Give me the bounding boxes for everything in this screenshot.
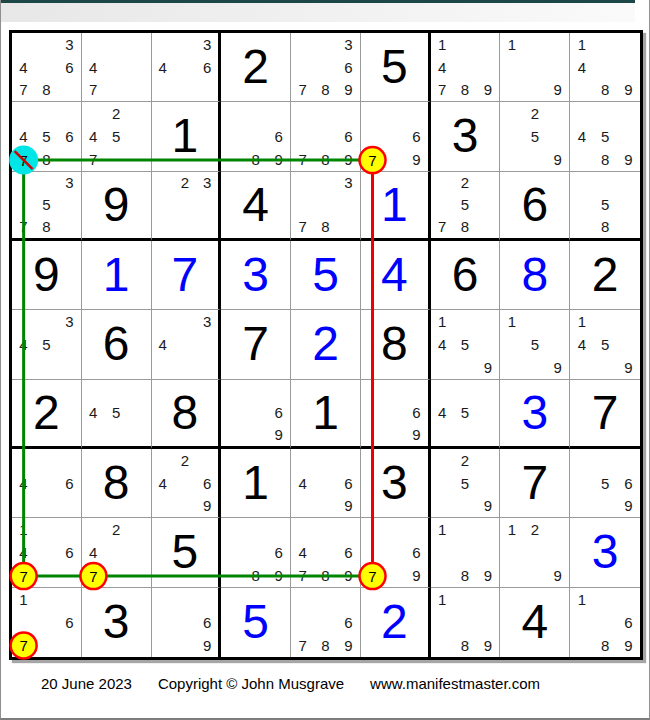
- pencil-marks: 189: [431, 588, 500, 657]
- candidate-6: 6: [58, 125, 81, 148]
- cell-r3c8[interactable]: 6: [500, 172, 570, 241]
- candidate-2: [593, 588, 616, 611]
- candidate-1: [12, 33, 35, 56]
- cell-r7c9[interactable]: 569: [570, 449, 640, 518]
- candidate-6: [617, 56, 640, 79]
- candidate-3: 3: [58, 33, 81, 56]
- candidate-2: [314, 518, 337, 541]
- solved-value: 2: [312, 320, 339, 368]
- candidate-6: [58, 333, 81, 356]
- cell-r2c4[interactable]: 689: [221, 102, 291, 171]
- candidate-2: [593, 172, 616, 194]
- candidate-7: [500, 79, 523, 102]
- cell-r5c6[interactable]: 8: [361, 310, 431, 379]
- candidate-4: 4: [82, 125, 105, 148]
- candidate-7: 7: [291, 564, 314, 587]
- candidate-4: 4: [291, 472, 314, 495]
- candidate-1: 1: [431, 33, 454, 56]
- cell-r4c4[interactable]: 3: [221, 241, 291, 310]
- candidate-4: 4: [570, 333, 593, 356]
- cell-r5c8[interactable]: 159: [500, 310, 570, 379]
- candidate-6: 6: [337, 56, 360, 79]
- candidate-7: [431, 424, 454, 446]
- cell-r1c4[interactable]: 2: [221, 33, 291, 102]
- candidate-1: 1: [500, 310, 523, 333]
- candidate-8: [523, 79, 546, 102]
- candidate-9: [58, 564, 81, 587]
- candidate-3: [617, 102, 640, 125]
- candidate-7: [570, 79, 593, 102]
- candidate-8: [383, 424, 405, 446]
- solved-value: 2: [381, 598, 408, 646]
- candidate-5: [174, 56, 196, 79]
- candidate-5: [314, 541, 337, 564]
- candidate-5: [174, 472, 196, 495]
- candidate-3: [546, 102, 569, 125]
- candidate-8: [454, 495, 477, 518]
- cell-r9c3[interactable]: 69: [152, 588, 222, 657]
- cell-r6c6[interactable]: 69: [361, 380, 431, 449]
- candidate-4: [361, 541, 383, 564]
- candidate-3: [546, 310, 569, 333]
- pencil-marks: 6789: [291, 102, 360, 170]
- candidate-2: 2: [523, 518, 546, 541]
- cell-r4c8[interactable]: 8: [500, 241, 570, 310]
- candidate-5: [314, 125, 337, 148]
- candidate-8: [383, 564, 405, 587]
- pencil-marks: 69: [221, 380, 290, 446]
- candidate-6: [477, 472, 500, 495]
- candidate-3: [546, 518, 569, 541]
- candidate-2: [454, 310, 477, 333]
- cell-r5c4[interactable]: 7: [221, 310, 291, 379]
- sudoku-board: 3467847346236789514789191489456782457168…: [9, 30, 643, 660]
- given-value: 2: [33, 389, 60, 437]
- candidate-2: [314, 33, 337, 56]
- cell-r8c5[interactable]: 46789: [291, 518, 361, 587]
- candidate-5: [383, 125, 405, 148]
- cell-r3c3[interactable]: 23: [152, 172, 222, 241]
- candidate-7: [152, 495, 174, 518]
- candidate-9: [196, 79, 218, 102]
- cell-r2c7[interactable]: 3: [431, 102, 501, 171]
- cell-r4c7[interactable]: 6: [431, 241, 501, 310]
- candidate-1: [291, 449, 314, 472]
- cell-r5c2[interactable]: 6: [82, 310, 152, 379]
- candidate-5: 5: [35, 333, 58, 356]
- candidate-9: 9: [196, 495, 218, 518]
- cell-r9c2[interactable]: 3: [82, 588, 152, 657]
- caption: 20 June 2023Copyright © John Musgravewww…: [41, 675, 566, 692]
- cell-r3c9[interactable]: 58: [570, 172, 640, 241]
- cell-r7c2[interactable]: 8: [82, 449, 152, 518]
- candidate-3: [128, 102, 151, 125]
- candidate-3: [196, 588, 218, 611]
- cell-r2c1[interactable]: 45678: [12, 102, 82, 171]
- cell-r3c5[interactable]: 378: [291, 172, 361, 241]
- cell-r7c4[interactable]: 1: [221, 449, 291, 518]
- cell-r8c4[interactable]: 689: [221, 518, 291, 587]
- candidate-2: [523, 310, 546, 333]
- cell-r9c9[interactable]: 1689: [570, 588, 640, 657]
- candidate-1: [82, 518, 105, 541]
- candidate-6: 6: [58, 611, 81, 634]
- candidate-5: [105, 56, 128, 79]
- candidate-1: 1: [12, 588, 35, 611]
- candidate-4: [221, 541, 244, 564]
- cell-r6c3[interactable]: 8: [152, 380, 222, 449]
- cell-r5c3[interactable]: 34: [152, 310, 222, 379]
- cell-r5c9[interactable]: 1459: [570, 310, 640, 379]
- pencil-marks: 167: [12, 588, 81, 657]
- cell-r4c2[interactable]: 1: [82, 241, 152, 310]
- candidate-1: [570, 172, 593, 194]
- candidate-9: 9: [546, 148, 569, 171]
- given-value: 1: [172, 112, 199, 160]
- candidate-5: 5: [454, 472, 477, 495]
- cell-r7c8[interactable]: 7: [500, 449, 570, 518]
- candidate-6: [128, 56, 151, 79]
- candidate-6: 6: [405, 541, 427, 564]
- candidate-7: [431, 564, 454, 587]
- candidate-3: [58, 518, 81, 541]
- candidate-5: [593, 611, 616, 634]
- candidate-2: 2: [105, 518, 128, 541]
- caption-date: 20 June 2023: [41, 675, 132, 692]
- candidate-7: 7: [82, 564, 105, 587]
- candidate-4: [291, 125, 314, 148]
- cell-r6c9[interactable]: 7: [570, 380, 640, 449]
- cell-r8c2[interactable]: 247: [82, 518, 152, 587]
- candidate-9: 9: [196, 634, 218, 657]
- candidate-2: [593, 33, 616, 56]
- candidate-8: [174, 495, 196, 518]
- candidate-1: [431, 449, 454, 472]
- candidate-7: [152, 356, 174, 379]
- cell-r7c3[interactable]: 2469: [152, 449, 222, 518]
- cell-r6c1[interactable]: 2: [12, 380, 82, 449]
- candidate-9: 9: [267, 148, 290, 171]
- candidate-8: 8: [454, 634, 477, 657]
- candidate-8: 8: [314, 634, 337, 657]
- pencil-marks: 19: [500, 33, 569, 101]
- candidate-4: 4: [12, 472, 35, 495]
- candidate-2: [523, 33, 546, 56]
- cell-r3c2[interactable]: 9: [82, 172, 152, 241]
- cell-r9c5[interactable]: 6789: [291, 588, 361, 657]
- candidate-2: 2: [174, 172, 196, 194]
- candidate-3: [617, 33, 640, 56]
- given-value: 6: [103, 320, 130, 368]
- candidate-1: [500, 102, 523, 125]
- cell-r4c1[interactable]: 9: [12, 241, 82, 310]
- cell-r4c6[interactable]: 4: [361, 241, 431, 310]
- candidate-8: [35, 495, 58, 518]
- candidate-1: 1: [431, 310, 454, 333]
- pencil-marks: 36789: [291, 33, 360, 101]
- caption-website: www.manifestmaster.com: [370, 675, 540, 692]
- cell-r3c7[interactable]: 2578: [431, 172, 501, 241]
- pencil-marks: 34: [152, 310, 219, 378]
- cell-r1c3[interactable]: 346: [152, 33, 222, 102]
- candidate-8: [593, 356, 616, 379]
- candidate-7: 7: [291, 216, 314, 238]
- cell-r9c1[interactable]: 167: [12, 588, 82, 657]
- cell-r9c8[interactable]: 4: [500, 588, 570, 657]
- cell-r6c8[interactable]: 3: [500, 380, 570, 449]
- candidate-8: [105, 424, 128, 446]
- pencil-marks: 1459: [431, 310, 500, 378]
- candidate-2: [244, 102, 267, 125]
- pencil-marks: 23: [152, 172, 219, 238]
- candidate-3: [405, 102, 427, 125]
- given-value: 8: [103, 459, 130, 507]
- candidate-4: [12, 194, 35, 216]
- cell-r4c3[interactable]: 7: [152, 241, 222, 310]
- candidate-6: [546, 125, 569, 148]
- candidate-3: [128, 518, 151, 541]
- cell-r3c1[interactable]: 3578: [12, 172, 82, 241]
- candidate-4: 4: [12, 541, 35, 564]
- candidate-8: [174, 356, 196, 379]
- candidate-3: [546, 33, 569, 56]
- candidate-6: [337, 194, 360, 216]
- given-value: 5: [381, 43, 408, 91]
- candidate-1: [82, 380, 105, 402]
- pencil-marks: 159: [500, 310, 569, 378]
- cell-r6c2[interactable]: 45: [82, 380, 152, 449]
- pencil-marks: 189: [431, 518, 500, 586]
- cell-r2c3[interactable]: 1: [152, 102, 222, 171]
- candidate-4: [221, 402, 244, 424]
- candidate-1: [291, 518, 314, 541]
- cell-r1c2[interactable]: 47: [82, 33, 152, 102]
- candidate-4: [570, 611, 593, 634]
- cell-r2c5[interactable]: 6789: [291, 102, 361, 171]
- cell-r7c5[interactable]: 469: [291, 449, 361, 518]
- pencil-marks: 378: [291, 172, 360, 238]
- candidate-5: [523, 56, 546, 79]
- candidate-1: [12, 310, 35, 333]
- given-value: 3: [381, 459, 408, 507]
- candidate-4: 4: [431, 56, 454, 79]
- cell-r4c9[interactable]: 2: [570, 241, 640, 310]
- candidate-7: 7: [361, 148, 383, 171]
- given-value: 4: [521, 598, 548, 646]
- cell-r7c1[interactable]: 46: [12, 449, 82, 518]
- cell-r8c9[interactable]: 3: [570, 518, 640, 587]
- candidate-8: 8: [314, 79, 337, 102]
- cell-r9c6[interactable]: 2: [361, 588, 431, 657]
- candidate-8: [593, 495, 616, 518]
- candidate-9: 9: [477, 356, 500, 379]
- candidate-1: 1: [431, 588, 454, 611]
- candidate-3: [477, 310, 500, 333]
- candidate-6: [617, 194, 640, 216]
- candidate-2: [383, 102, 405, 125]
- candidate-3: [617, 310, 640, 333]
- candidate-7: [152, 79, 174, 102]
- pencil-marks: 46789: [291, 518, 360, 586]
- cell-r2c2[interactable]: 2457: [82, 102, 152, 171]
- candidate-6: [477, 611, 500, 634]
- candidate-9: 9: [546, 356, 569, 379]
- cell-r2c9[interactable]: 4589: [570, 102, 640, 171]
- candidate-5: [314, 611, 337, 634]
- candidate-9: [58, 148, 81, 171]
- candidate-6: 6: [196, 472, 218, 495]
- candidate-2: [174, 33, 196, 56]
- candidate-2: 2: [174, 449, 196, 472]
- candidate-6: 6: [617, 611, 640, 634]
- candidate-1: 1: [570, 310, 593, 333]
- candidate-6: 6: [337, 541, 360, 564]
- candidate-9: 9: [267, 564, 290, 587]
- candidate-6: [617, 333, 640, 356]
- cell-r8c8[interactable]: 129: [500, 518, 570, 587]
- candidate-3: [477, 33, 500, 56]
- candidate-1: [361, 102, 383, 125]
- cell-r5c5[interactable]: 2: [291, 310, 361, 379]
- candidate-5: [174, 194, 196, 216]
- candidate-6: 6: [267, 402, 290, 424]
- candidate-2: [593, 102, 616, 125]
- candidate-2: 2: [105, 102, 128, 125]
- candidate-8: [174, 216, 196, 238]
- candidate-6: [128, 541, 151, 564]
- candidate-7: 7: [291, 79, 314, 102]
- candidate-7: 7: [361, 564, 383, 587]
- candidate-4: [361, 402, 383, 424]
- cell-r7c6[interactable]: 3: [361, 449, 431, 518]
- candidate-8: [454, 424, 477, 446]
- candidate-1: [12, 172, 35, 194]
- cell-r1c9[interactable]: 1489: [570, 33, 640, 102]
- candidate-7: [12, 356, 35, 379]
- cell-r5c7[interactable]: 1459: [431, 310, 501, 379]
- candidate-4: [500, 333, 523, 356]
- candidate-1: 1: [500, 518, 523, 541]
- candidate-7: [361, 424, 383, 446]
- cell-r1c7[interactable]: 14789: [431, 33, 501, 102]
- candidate-4: 4: [570, 56, 593, 79]
- candidate-9: [58, 634, 81, 657]
- candidate-7: 7: [12, 216, 35, 238]
- candidate-7: 7: [12, 564, 35, 587]
- candidate-9: [477, 424, 500, 446]
- cell-r6c4[interactable]: 69: [221, 380, 291, 449]
- cell-r5c1[interactable]: 345: [12, 310, 82, 379]
- cell-r1c6[interactable]: 5: [361, 33, 431, 102]
- cell-r4c5[interactable]: 5: [291, 241, 361, 310]
- candidate-5: [314, 56, 337, 79]
- candidate-6: 6: [196, 56, 218, 79]
- cell-r2c6[interactable]: 679: [361, 102, 431, 171]
- candidate-5: 5: [523, 125, 546, 148]
- candidate-4: [431, 541, 454, 564]
- cell-r6c5[interactable]: 1: [291, 380, 361, 449]
- candidate-1: [152, 33, 174, 56]
- candidate-2: 2: [454, 172, 477, 194]
- candidate-9: 9: [477, 564, 500, 587]
- candidate-9: 9: [546, 564, 569, 587]
- candidate-8: [244, 424, 267, 446]
- candidate-7: 7: [12, 148, 35, 171]
- pencil-marks: 6789: [291, 588, 360, 657]
- cell-r1c5[interactable]: 36789: [291, 33, 361, 102]
- candidate-7: 7: [431, 79, 454, 102]
- candidate-4: [500, 125, 523, 148]
- candidate-1: [431, 380, 454, 402]
- candidate-6: [477, 541, 500, 564]
- candidate-9: 9: [477, 634, 500, 657]
- candidate-5: [454, 611, 477, 634]
- candidate-1: 1: [570, 33, 593, 56]
- given-value: 8: [172, 389, 199, 437]
- candidate-2: [35, 449, 58, 472]
- cell-r6c7[interactable]: 45: [431, 380, 501, 449]
- candidate-6: [546, 56, 569, 79]
- solved-value: 1: [381, 181, 408, 229]
- candidate-5: [35, 56, 58, 79]
- cell-r8c7[interactable]: 189: [431, 518, 501, 587]
- candidate-7: [152, 216, 174, 238]
- cell-r7c7[interactable]: 259: [431, 449, 501, 518]
- candidate-9: [477, 216, 500, 238]
- cell-r1c8[interactable]: 19: [500, 33, 570, 102]
- pencil-marks: 46: [12, 449, 81, 517]
- candidate-7: [570, 634, 593, 657]
- cell-r1c1[interactable]: 34678: [12, 33, 82, 102]
- solved-value: 4: [381, 251, 408, 299]
- candidate-7: 7: [291, 634, 314, 657]
- candidate-4: [291, 56, 314, 79]
- candidate-9: [58, 216, 81, 238]
- candidate-6: [128, 125, 151, 148]
- candidate-2: [383, 380, 405, 402]
- candidate-7: [500, 148, 523, 171]
- candidate-9: 9: [405, 148, 427, 171]
- candidate-3: [617, 449, 640, 472]
- candidate-3: [58, 102, 81, 125]
- candidate-5: [35, 472, 58, 495]
- cell-r9c4[interactable]: 5: [221, 588, 291, 657]
- candidate-8: 8: [593, 79, 616, 102]
- pencil-marks: 45: [82, 380, 151, 446]
- candidate-9: 9: [477, 495, 500, 518]
- cell-r8c1[interactable]: 1467: [12, 518, 82, 587]
- cell-r8c3[interactable]: 5: [152, 518, 222, 587]
- candidate-7: [500, 564, 523, 587]
- cell-r8c6[interactable]: 679: [361, 518, 431, 587]
- candidate-5: [383, 541, 405, 564]
- cell-r2c8[interactable]: 259: [500, 102, 570, 171]
- cell-r9c7[interactable]: 189: [431, 588, 501, 657]
- pencil-marks: 14789: [431, 33, 500, 101]
- candidate-9: [196, 216, 218, 238]
- candidate-5: 5: [593, 472, 616, 495]
- candidate-9: [128, 79, 151, 102]
- candidate-1: [152, 172, 174, 194]
- candidate-5: 5: [35, 125, 58, 148]
- cell-r3c4[interactable]: 4: [221, 172, 291, 241]
- cell-r3c6[interactable]: 1: [361, 172, 431, 241]
- candidate-3: [405, 518, 427, 541]
- candidate-2: [174, 588, 196, 611]
- candidate-4: [152, 194, 174, 216]
- candidate-6: [58, 194, 81, 216]
- candidate-4: [221, 125, 244, 148]
